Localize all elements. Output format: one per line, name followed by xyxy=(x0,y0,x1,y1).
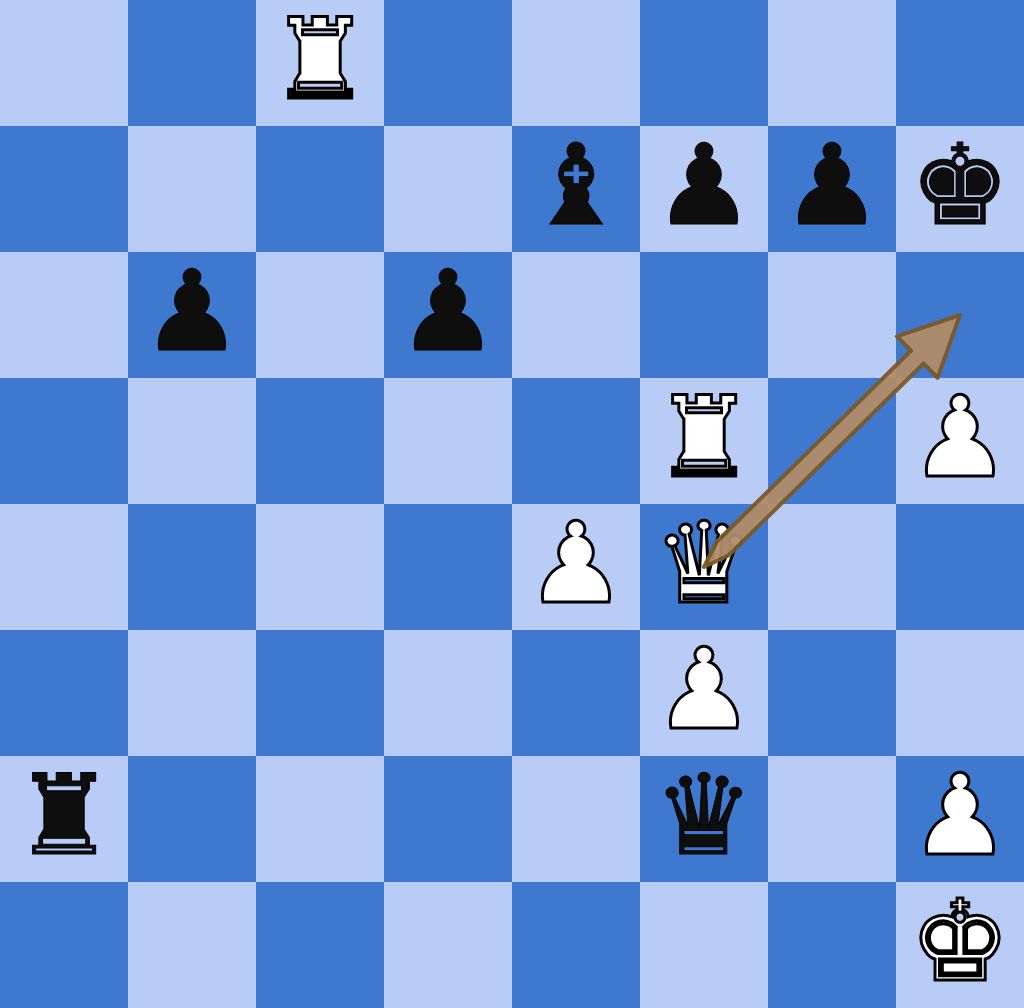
black-rook[interactable]: ♜ xyxy=(14,759,114,871)
square-e5[interactable] xyxy=(512,378,640,504)
square-h6[interactable] xyxy=(896,252,1024,378)
square-d1[interactable] xyxy=(384,882,512,1008)
square-c7[interactable] xyxy=(256,126,384,252)
square-e7[interactable]: ♝ xyxy=(512,126,640,252)
square-d8[interactable] xyxy=(384,0,512,126)
square-h5[interactable]: ♟ xyxy=(896,378,1024,504)
square-b2[interactable] xyxy=(128,756,256,882)
square-h4[interactable] xyxy=(896,504,1024,630)
square-a2[interactable]: ♜ xyxy=(0,756,128,882)
square-a6[interactable] xyxy=(0,252,128,378)
square-a8[interactable] xyxy=(0,0,128,126)
square-c5[interactable] xyxy=(256,378,384,504)
square-d4[interactable] xyxy=(384,504,512,630)
square-e8[interactable] xyxy=(512,0,640,126)
square-a5[interactable] xyxy=(0,378,128,504)
white-rook[interactable]: ♜ xyxy=(270,3,370,115)
black-queen[interactable]: ♛ xyxy=(654,759,754,871)
square-e2[interactable] xyxy=(512,756,640,882)
square-h8[interactable] xyxy=(896,0,1024,126)
square-b8[interactable] xyxy=(128,0,256,126)
square-c3[interactable] xyxy=(256,630,384,756)
square-f8[interactable] xyxy=(640,0,768,126)
black-pawn[interactable]: ♟ xyxy=(142,255,242,367)
square-f5[interactable]: ♜ xyxy=(640,378,768,504)
square-b4[interactable] xyxy=(128,504,256,630)
square-b1[interactable] xyxy=(128,882,256,1008)
square-e6[interactable] xyxy=(512,252,640,378)
square-b6[interactable]: ♟ xyxy=(128,252,256,378)
square-e4[interactable]: ♟ xyxy=(512,504,640,630)
square-g7[interactable]: ♟ xyxy=(768,126,896,252)
square-g1[interactable] xyxy=(768,882,896,1008)
square-e1[interactable] xyxy=(512,882,640,1008)
square-d6[interactable]: ♟ xyxy=(384,252,512,378)
square-c1[interactable] xyxy=(256,882,384,1008)
square-c4[interactable] xyxy=(256,504,384,630)
white-pawn[interactable]: ♟ xyxy=(910,381,1010,493)
white-king[interactable]: ♚ xyxy=(910,885,1010,997)
square-a3[interactable] xyxy=(0,630,128,756)
square-f3[interactable]: ♟ xyxy=(640,630,768,756)
square-c6[interactable] xyxy=(256,252,384,378)
white-rook[interactable]: ♜ xyxy=(654,381,754,493)
square-a1[interactable] xyxy=(0,882,128,1008)
black-pawn[interactable]: ♟ xyxy=(654,129,754,241)
chess-board: ♜♝♟♟♚♟♟♜♟♟♛♟♜♛♟♚ xyxy=(0,0,1024,1008)
square-h1[interactable]: ♚ xyxy=(896,882,1024,1008)
square-g3[interactable] xyxy=(768,630,896,756)
black-bishop[interactable]: ♝ xyxy=(526,129,626,241)
white-pawn[interactable]: ♟ xyxy=(526,507,626,619)
square-h7[interactable]: ♚ xyxy=(896,126,1024,252)
square-d5[interactable] xyxy=(384,378,512,504)
square-b5[interactable] xyxy=(128,378,256,504)
square-f6[interactable] xyxy=(640,252,768,378)
square-g2[interactable] xyxy=(768,756,896,882)
square-h3[interactable] xyxy=(896,630,1024,756)
square-f7[interactable]: ♟ xyxy=(640,126,768,252)
square-a7[interactable] xyxy=(0,126,128,252)
square-d2[interactable] xyxy=(384,756,512,882)
square-g5[interactable] xyxy=(768,378,896,504)
square-c2[interactable] xyxy=(256,756,384,882)
black-king[interactable]: ♚ xyxy=(910,129,1010,241)
square-h2[interactable]: ♟ xyxy=(896,756,1024,882)
square-g6[interactable] xyxy=(768,252,896,378)
chess-board-stage: ♜♝♟♟♚♟♟♜♟♟♛♟♜♛♟♚ xyxy=(0,0,1024,1008)
square-b3[interactable] xyxy=(128,630,256,756)
square-g4[interactable] xyxy=(768,504,896,630)
white-pawn[interactable]: ♟ xyxy=(654,633,754,745)
white-queen[interactable]: ♛ xyxy=(654,507,754,619)
square-a4[interactable] xyxy=(0,504,128,630)
square-b7[interactable] xyxy=(128,126,256,252)
black-pawn[interactable]: ♟ xyxy=(782,129,882,241)
white-pawn[interactable]: ♟ xyxy=(910,759,1010,871)
square-f4[interactable]: ♛ xyxy=(640,504,768,630)
square-g8[interactable] xyxy=(768,0,896,126)
square-f1[interactable] xyxy=(640,882,768,1008)
square-d3[interactable] xyxy=(384,630,512,756)
black-pawn[interactable]: ♟ xyxy=(398,255,498,367)
square-e3[interactable] xyxy=(512,630,640,756)
square-c8[interactable]: ♜ xyxy=(256,0,384,126)
square-f2[interactable]: ♛ xyxy=(640,756,768,882)
square-d7[interactable] xyxy=(384,126,512,252)
